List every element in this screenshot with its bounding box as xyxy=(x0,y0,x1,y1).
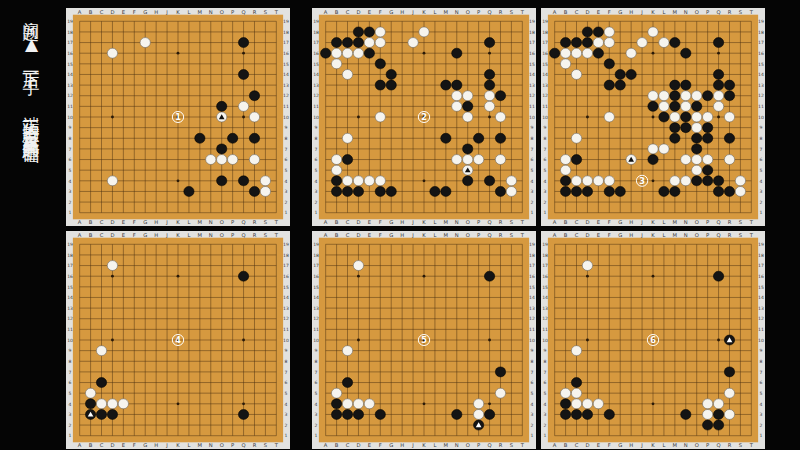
coordinate-label: 5 xyxy=(760,168,763,173)
coordinate-label: Q xyxy=(242,219,246,225)
white-stone xyxy=(473,409,483,419)
coordinate-label: A xyxy=(324,9,328,15)
black-stone xyxy=(724,335,734,345)
coordinate-label: 16 xyxy=(542,51,548,56)
black-stone xyxy=(670,80,680,90)
white-stone-circle xyxy=(560,59,570,69)
white-stone-circle xyxy=(452,91,462,101)
white-stone xyxy=(724,155,734,165)
white-stone xyxy=(670,112,680,122)
black-stone xyxy=(724,80,734,90)
white-stone-circle xyxy=(724,409,734,419)
white-stone xyxy=(249,155,259,165)
coordinate-label: 7 xyxy=(315,147,318,152)
white-stone xyxy=(473,399,483,409)
black-stone xyxy=(217,144,227,154)
hoshi-point xyxy=(717,339,720,342)
white-stone-circle xyxy=(107,261,117,271)
coordinate-label: H xyxy=(154,9,158,15)
white-stone xyxy=(331,59,341,69)
black-stone xyxy=(96,378,106,388)
white-stone xyxy=(353,176,363,186)
coordinate-label: M xyxy=(673,232,678,238)
hoshi-point xyxy=(717,52,720,55)
white-stone xyxy=(735,176,745,186)
coordinate-label: 17 xyxy=(758,263,764,268)
hoshi-point xyxy=(652,402,655,405)
white-stone xyxy=(140,38,150,48)
go-board-5[interactable]: AA1919BB1818CC1717DD1616EE1515FF1414GG13… xyxy=(312,231,536,449)
black-stone xyxy=(560,186,570,196)
white-stone xyxy=(593,176,603,186)
white-stone-circle xyxy=(452,155,462,165)
coordinate-label: 4 xyxy=(285,179,288,184)
white-stone-circle xyxy=(375,112,385,122)
black-stone-circle xyxy=(692,176,702,186)
coordinate-label: 19 xyxy=(67,19,73,24)
coordinate-label: 13 xyxy=(283,306,289,311)
black-stone-circle xyxy=(195,133,205,143)
coordinate-label: 8 xyxy=(285,359,288,364)
coordinate-label: D xyxy=(110,232,114,238)
white-stone-circle xyxy=(735,176,745,186)
coordinate-label: 16 xyxy=(283,274,289,279)
white-stone xyxy=(593,399,603,409)
white-stone xyxy=(118,399,128,409)
coordinate-label: 18 xyxy=(313,30,319,35)
coordinate-label: 3 xyxy=(315,412,318,417)
coordinate-label: 1 xyxy=(760,434,763,439)
black-stone xyxy=(321,48,331,58)
hoshi-point xyxy=(652,116,655,119)
coordinate-label: 10 xyxy=(283,115,289,120)
coordinate-label: M xyxy=(198,219,203,225)
black-stone-circle xyxy=(249,91,259,101)
coordinate-label: 1 xyxy=(544,434,547,439)
go-board-1[interactable]: AA1919BB1818CC1717DD1616EE1515FF1414GG13… xyxy=(66,8,290,226)
white-stone-circle xyxy=(571,399,581,409)
black-stone-circle xyxy=(681,80,691,90)
black-stone-circle xyxy=(670,91,680,101)
coordinate-label: P xyxy=(477,442,480,448)
black-stone xyxy=(702,420,712,430)
white-stone xyxy=(353,399,363,409)
black-stone-circle xyxy=(702,165,712,175)
white-stone xyxy=(713,399,723,409)
coordinate-label: F xyxy=(379,9,382,15)
coordinate-label: T xyxy=(749,219,754,225)
coordinate-label: 15 xyxy=(283,62,289,67)
hoshi-point xyxy=(488,402,491,405)
coordinate-label: 12 xyxy=(283,317,289,322)
coordinate-label: 7 xyxy=(531,147,534,152)
coordinate-label: E xyxy=(597,9,600,15)
black-stone-circle xyxy=(571,378,581,388)
coordinate-label: A xyxy=(324,219,328,225)
coordinate-label: 1 xyxy=(760,211,763,216)
white-stone-circle xyxy=(604,27,614,37)
coordinate-label: 14 xyxy=(758,295,764,300)
hoshi-point xyxy=(423,402,426,405)
black-stone xyxy=(227,133,237,143)
coordinate-label: 6 xyxy=(531,157,534,162)
coordinate-label: A xyxy=(553,442,557,448)
white-stone-circle xyxy=(560,388,570,398)
coordinate-label: 17 xyxy=(758,40,764,45)
black-stone-circle xyxy=(495,133,505,143)
black-stone xyxy=(681,123,691,133)
black-stone xyxy=(670,91,680,101)
coordinate-label: 4 xyxy=(315,179,318,184)
coordinate-label: 14 xyxy=(313,72,319,77)
coordinate-label: C xyxy=(100,442,104,448)
coordinate-label: 16 xyxy=(67,51,73,56)
coordinate-label: 19 xyxy=(758,19,764,24)
black-stone-circle xyxy=(560,186,570,196)
black-stone xyxy=(473,420,483,430)
coordinate-label: G xyxy=(618,219,622,225)
coordinate-label: R xyxy=(499,442,503,448)
coordinate-label: 7 xyxy=(760,370,763,375)
coordinate-label: T xyxy=(520,232,525,238)
black-stone-circle xyxy=(85,399,95,409)
black-stone xyxy=(626,69,636,79)
coordinate-label: 15 xyxy=(542,62,548,67)
coordinate-label: 3 xyxy=(285,412,288,417)
coordinate-label: 9 xyxy=(760,125,763,130)
coordinate-label: 18 xyxy=(283,253,289,258)
black-stone-circle xyxy=(582,409,592,419)
coordinate-label: 2 xyxy=(760,423,763,428)
coordinate-label: P xyxy=(706,232,709,238)
white-stone xyxy=(659,38,669,48)
black-stone xyxy=(249,91,259,101)
coordinate-label: F xyxy=(133,219,136,225)
black-stone-circle xyxy=(484,38,494,48)
black-stone xyxy=(648,155,658,165)
black-stone-circle xyxy=(364,27,374,37)
white-stone xyxy=(604,112,614,122)
white-stone xyxy=(735,186,745,196)
coordinate-label: E xyxy=(368,9,371,15)
white-stone-circle xyxy=(593,399,603,409)
black-stone-circle xyxy=(107,409,117,419)
hoshi-point xyxy=(488,339,491,342)
hoshi-point xyxy=(111,116,114,119)
go-board-2[interactable]: AA1919BB1818CC1717DD1616EE1515FF1414GG13… xyxy=(312,8,536,226)
coordinate-label: 12 xyxy=(67,94,73,99)
coordinate-label: 5 xyxy=(315,168,318,173)
coordinate-label: S xyxy=(739,442,742,448)
black-stone xyxy=(659,186,669,196)
coordinate-label: 10 xyxy=(758,115,764,120)
black-stone-circle xyxy=(713,38,723,48)
coordinate-label: 2 xyxy=(285,200,288,205)
coordinate-label: 11 xyxy=(758,104,764,109)
white-stone xyxy=(473,155,483,165)
coordinate-label: 15 xyxy=(529,285,535,290)
coordinate-label: K xyxy=(651,9,655,15)
coordinate-label: N xyxy=(455,442,459,448)
coordinate-label: H xyxy=(629,442,633,448)
coordinate-label: 7 xyxy=(285,147,288,152)
white-stone-circle xyxy=(702,409,712,419)
black-stone xyxy=(353,186,363,196)
coordinate-label: N xyxy=(684,442,688,448)
coordinate-label: 12 xyxy=(529,317,535,322)
hoshi-point xyxy=(242,402,245,405)
hoshi-point xyxy=(242,52,245,55)
coordinate-label: G xyxy=(618,442,622,448)
coordinate-label: 18 xyxy=(542,30,548,35)
black-stone xyxy=(238,409,248,419)
go-board-6[interactable]: AA1919BB1818CC1717DD1616EE1515FF1414GG13… xyxy=(541,231,765,449)
black-stone-circle xyxy=(571,38,581,48)
coordinate-label: 9 xyxy=(315,348,318,353)
white-stone-circle xyxy=(571,133,581,143)
white-stone-circle xyxy=(724,112,734,122)
coordinate-label: 3 xyxy=(315,189,318,194)
black-stone xyxy=(713,420,723,430)
black-stone xyxy=(615,186,625,196)
hoshi-point xyxy=(357,275,360,278)
black-stone xyxy=(238,176,248,186)
goban-svg-2: AA1919BB1818CC1717DD1616EE1515FF1414GG13… xyxy=(312,8,536,226)
hoshi-point xyxy=(586,275,589,278)
coordinate-label: R xyxy=(728,219,732,225)
white-stone-circle xyxy=(342,133,352,143)
black-stone xyxy=(342,409,352,419)
white-stone-circle xyxy=(659,101,669,111)
black-stone xyxy=(107,409,117,419)
coordinate-label: 6 xyxy=(760,380,763,385)
coordinate-label: C xyxy=(346,442,350,448)
coordinate-label: A xyxy=(324,442,328,448)
black-stone-circle xyxy=(560,176,570,186)
white-stone-circle xyxy=(238,101,248,111)
coordinate-label: 14 xyxy=(313,295,319,300)
coordinate-label: J xyxy=(165,442,168,449)
coordinate-label: 13 xyxy=(283,83,289,88)
black-stone-circle xyxy=(670,186,680,196)
coordinate-label: 12 xyxy=(67,317,73,322)
coordinate-label: H xyxy=(629,232,633,238)
coordinate-label: L xyxy=(662,219,665,225)
coordinate-label: H xyxy=(629,9,633,15)
coordinate-label: 4 xyxy=(69,179,72,184)
black-stone xyxy=(560,176,570,186)
coordinate-label: 19 xyxy=(313,242,319,247)
white-stone xyxy=(724,388,734,398)
black-stone xyxy=(713,409,723,419)
black-stone-circle xyxy=(702,91,712,101)
coordinate-label: 4 xyxy=(285,402,288,407)
black-stone-circle xyxy=(571,409,581,419)
coordinate-label: O xyxy=(220,232,224,238)
black-stone xyxy=(571,409,581,419)
white-stone-circle xyxy=(463,91,473,101)
coordinate-label: R xyxy=(499,219,503,225)
coordinate-label: 16 xyxy=(313,51,319,56)
black-stone xyxy=(713,271,723,281)
white-stone-circle xyxy=(560,165,570,175)
white-stone-circle xyxy=(670,112,680,122)
black-stone xyxy=(463,101,473,111)
white-stone-circle xyxy=(495,388,505,398)
white-stone-circle xyxy=(206,155,216,165)
black-stone xyxy=(495,91,505,101)
coordinate-label: E xyxy=(597,442,600,448)
coordinate-label: 19 xyxy=(542,242,548,247)
coordinate-label: G xyxy=(389,9,393,15)
coordinate-label: N xyxy=(455,232,459,238)
coordinate-label: K xyxy=(176,219,180,225)
coordinate-label: R xyxy=(728,232,732,238)
white-stone xyxy=(342,399,352,409)
coordinate-label: N xyxy=(684,219,688,225)
black-stone-circle xyxy=(670,80,680,90)
black-stone-circle xyxy=(713,69,723,79)
coordinate-label: 2 xyxy=(544,423,547,428)
coordinate-label: R xyxy=(728,442,732,448)
white-stone xyxy=(353,261,363,271)
coordinate-label: 10 xyxy=(67,115,73,120)
coordinate-label: O xyxy=(466,232,470,238)
black-stone-circle xyxy=(724,80,734,90)
go-board-3[interactable]: AA1919BB1818CC1717DD1616EE1515FF1414GG13… xyxy=(541,8,765,226)
black-stone-circle xyxy=(724,186,734,196)
black-stone xyxy=(473,133,483,143)
hoshi-point xyxy=(423,52,426,55)
hoshi-point xyxy=(423,179,426,182)
black-stone-circle xyxy=(375,80,385,90)
white-stone-circle xyxy=(227,155,237,165)
coordinate-label: C xyxy=(346,9,350,15)
coordinate-label: 19 xyxy=(758,242,764,247)
coordinate-label: H xyxy=(400,232,404,238)
black-stone-circle xyxy=(364,48,374,58)
coordinate-label: S xyxy=(739,9,742,15)
white-stone xyxy=(217,155,227,165)
coordinate-label: 3 xyxy=(531,189,534,194)
white-stone xyxy=(571,133,581,143)
coordinate-label: M xyxy=(198,9,203,15)
coordinate-label: 8 xyxy=(69,359,72,364)
black-stone-circle xyxy=(495,367,505,377)
coordinate-label: M xyxy=(673,219,678,225)
coordinate-label: 7 xyxy=(315,370,318,375)
go-board-4[interactable]: AA1919BB1818CC1717DD1616EE1515FF1414GG13… xyxy=(66,231,290,449)
coordinate-label: E xyxy=(122,232,125,238)
coordinate-label: 5 xyxy=(69,168,72,173)
white-stone xyxy=(681,155,691,165)
coordinate-label: 9 xyxy=(531,348,534,353)
white-stone-circle xyxy=(713,101,723,111)
white-stone-circle xyxy=(713,399,723,409)
coordinate-label: B xyxy=(564,442,568,448)
hoshi-point xyxy=(111,339,114,342)
black-stone xyxy=(582,186,592,196)
coordinate-label: F xyxy=(608,219,611,225)
coordinate-label: 6 xyxy=(69,157,72,162)
white-stone-circle xyxy=(681,176,691,186)
coordinate-label: C xyxy=(346,219,350,225)
black-stone-circle xyxy=(681,123,691,133)
black-stone xyxy=(353,409,363,419)
coordinate-label: 17 xyxy=(283,263,289,268)
coordinate-label: 5 xyxy=(531,391,534,396)
white-stone-circle xyxy=(604,112,614,122)
coordinate-label: 1 xyxy=(544,211,547,216)
diagram-number: 4 xyxy=(175,335,181,345)
black-stone-circle xyxy=(342,186,352,196)
coordinate-label: 4 xyxy=(69,402,72,407)
coordinate-label: 13 xyxy=(313,83,319,88)
coordinate-label: N xyxy=(684,9,688,15)
black-stone xyxy=(386,80,396,90)
coordinate-label: D xyxy=(585,442,589,448)
black-stone-circle xyxy=(692,144,702,154)
coordinate-label: P xyxy=(231,232,234,238)
coordinate-label: 16 xyxy=(542,274,548,279)
coordinate-label: B xyxy=(564,219,568,225)
black-stone xyxy=(670,186,680,196)
black-stone-circle xyxy=(702,176,712,186)
black-stone xyxy=(702,176,712,186)
white-stone xyxy=(331,165,341,175)
black-stone xyxy=(484,271,494,281)
black-stone-circle xyxy=(238,271,248,281)
coordinate-label: C xyxy=(575,9,579,15)
white-stone-circle xyxy=(626,48,636,58)
black-stone xyxy=(713,80,723,90)
black-stone-circle xyxy=(692,101,702,111)
coordinate-label: K xyxy=(651,219,655,225)
white-stone xyxy=(342,48,352,58)
coordinate-label: G xyxy=(143,9,147,15)
coordinate-label: K xyxy=(422,9,426,15)
white-stone xyxy=(342,176,352,186)
black-stone xyxy=(713,186,723,196)
coordinate-label: 2 xyxy=(531,423,534,428)
coordinate-label: 17 xyxy=(313,40,319,45)
white-stone xyxy=(227,155,237,165)
white-stone xyxy=(495,155,505,165)
coordinate-label: D xyxy=(585,232,589,238)
coordinate-label: 7 xyxy=(544,147,547,152)
black-stone-circle xyxy=(550,48,560,58)
black-stone-circle xyxy=(702,123,712,133)
coordinate-label: 17 xyxy=(67,40,73,45)
white-stone-circle xyxy=(140,38,150,48)
coordinate-label: 7 xyxy=(760,147,763,152)
black-stone-circle xyxy=(342,38,352,48)
white-stone-circle xyxy=(681,101,691,111)
coordinate-label: 14 xyxy=(529,295,535,300)
white-stone-circle xyxy=(375,38,385,48)
coordinate-label: 9 xyxy=(760,348,763,353)
hoshi-point xyxy=(242,339,245,342)
white-stone xyxy=(260,176,270,186)
coordinate-label: 7 xyxy=(285,370,288,375)
black-stone-circle xyxy=(713,409,723,419)
hoshi-point xyxy=(177,402,180,405)
coordinate-label: D xyxy=(356,219,360,225)
coordinate-label: F xyxy=(608,232,611,238)
black-stone xyxy=(484,38,494,48)
coordinate-label: 19 xyxy=(313,19,319,24)
white-stone-circle xyxy=(582,399,592,409)
